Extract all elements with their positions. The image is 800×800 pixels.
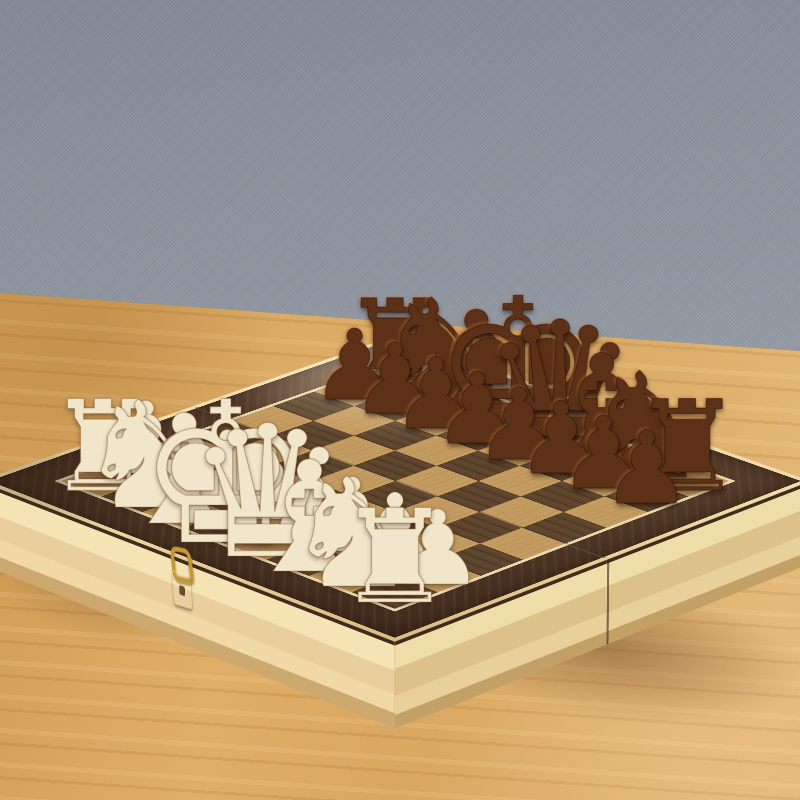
chessboard-3d-scene [0, 0, 800, 800]
fold-seam-side [606, 559, 609, 645]
photo-scene: ♜♞♝♛♚♝♞♜♟♟♟♟♟♟♟♟♟♟♟♟♟♟♟♟♜♞♝♛♚♝♞♜ [0, 0, 800, 800]
latch-slot-icon [179, 585, 185, 597]
folding-chessboard [0, 335, 800, 642]
brass-latch [170, 559, 195, 625]
